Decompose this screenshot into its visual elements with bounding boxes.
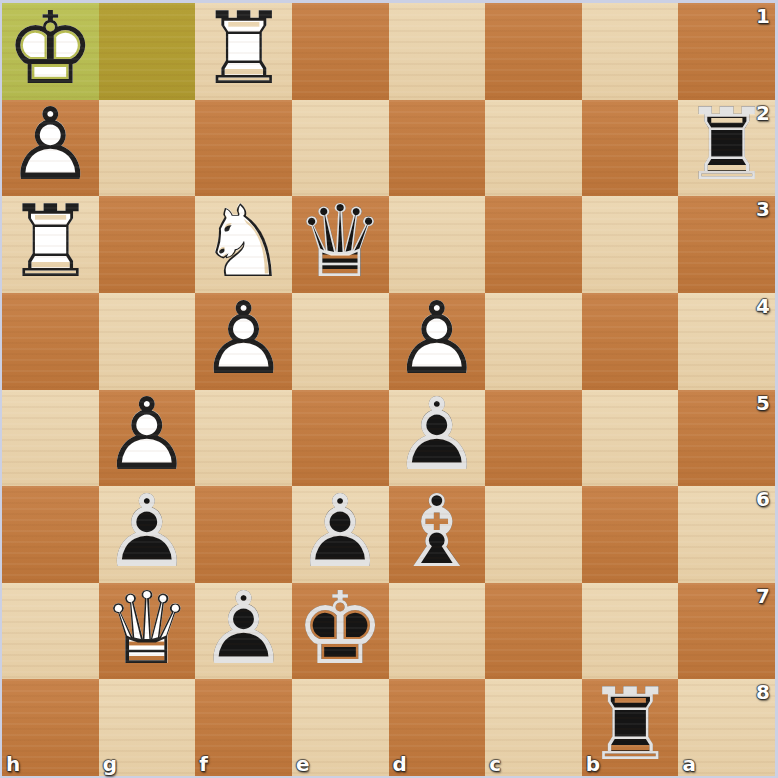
white-pawn-detail-icon: ♙ (195, 290, 292, 387)
file-label-e: e (296, 754, 310, 774)
square-c3[interactable] (485, 196, 582, 293)
white-pawn[interactable]: ♟♙ (2, 100, 99, 197)
black-pawn[interactable]: ♟♙ (389, 390, 486, 487)
white-knight-detail-icon: ♘ (195, 193, 292, 290)
black-bishop-glyph: ♝ (389, 483, 486, 580)
square-g5[interactable]: ♟♙ (99, 390, 196, 487)
square-e6[interactable]: ♟♙ (292, 486, 389, 583)
square-f5[interactable] (195, 390, 292, 487)
square-h5[interactable] (2, 390, 99, 487)
square-b5[interactable] (582, 390, 679, 487)
rank-label-7: 7 (756, 586, 770, 606)
black-pawn-glyph: ♟ (195, 580, 292, 677)
white-queen[interactable]: ♛♕ (99, 583, 196, 680)
square-d1[interactable] (389, 3, 486, 100)
square-d3[interactable] (389, 196, 486, 293)
white-knight[interactable]: ♞♘ (195, 196, 292, 293)
black-bishop-detail-icon: ♗ (389, 483, 486, 580)
square-a1[interactable]: 1 (678, 3, 775, 100)
square-c8[interactable]: c (485, 679, 582, 776)
white-queen-glyph: ♛ (99, 580, 196, 677)
square-g2[interactable] (99, 100, 196, 197)
square-f7[interactable]: ♟♙ (195, 583, 292, 680)
file-label-a: a (682, 754, 696, 774)
square-g6[interactable]: ♟♙ (99, 486, 196, 583)
white-pawn-glyph: ♟ (195, 290, 292, 387)
file-label-d: d (393, 754, 407, 774)
square-g3[interactable] (99, 196, 196, 293)
square-h2[interactable]: ♟♙ (2, 100, 99, 197)
square-b4[interactable] (582, 293, 679, 390)
square-b8[interactable]: ♜♖b (582, 679, 679, 776)
black-pawn-detail-icon: ♙ (195, 580, 292, 677)
white-rook-glyph: ♜ (195, 0, 292, 97)
white-pawn-detail-icon: ♙ (389, 290, 486, 387)
square-h8[interactable]: h (2, 679, 99, 776)
white-king[interactable]: ♚♔ (2, 3, 99, 100)
square-c4[interactable] (485, 293, 582, 390)
square-b2[interactable] (582, 100, 679, 197)
white-rook[interactable]: ♜♖ (2, 196, 99, 293)
square-c7[interactable] (485, 583, 582, 680)
black-pawn-detail-icon: ♙ (99, 483, 196, 580)
square-g8[interactable]: g (99, 679, 196, 776)
white-king-detail-icon: ♔ (2, 0, 99, 97)
square-a2[interactable]: ♜♖2 (678, 100, 775, 197)
square-g1[interactable] (99, 3, 196, 100)
square-a5[interactable]: 5 (678, 390, 775, 487)
file-label-g: g (103, 754, 117, 774)
square-c2[interactable] (485, 100, 582, 197)
square-e4[interactable] (292, 293, 389, 390)
rank-label-5: 5 (756, 393, 770, 413)
white-queen-detail-icon: ♕ (99, 580, 196, 677)
rank-label-8: 8 (756, 682, 770, 702)
square-h6[interactable] (2, 486, 99, 583)
square-b6[interactable] (582, 486, 679, 583)
white-pawn[interactable]: ♟♙ (195, 293, 292, 390)
square-f4[interactable]: ♟♙ (195, 293, 292, 390)
black-queen[interactable]: ♛♕ (292, 196, 389, 293)
square-b7[interactable] (582, 583, 679, 680)
square-a4[interactable]: 4 (678, 293, 775, 390)
square-e1[interactable] (292, 3, 389, 100)
square-d4[interactable]: ♟♙ (389, 293, 486, 390)
square-f1[interactable]: ♜♖ (195, 3, 292, 100)
square-b3[interactable] (582, 196, 679, 293)
black-rook[interactable]: ♜♖ (582, 679, 679, 776)
square-d2[interactable] (389, 100, 486, 197)
black-pawn[interactable]: ♟♙ (99, 486, 196, 583)
white-king-glyph: ♚ (2, 0, 99, 97)
black-rook[interactable]: ♜♖ (678, 100, 775, 197)
square-d7[interactable] (389, 583, 486, 680)
black-king-detail-icon: ♔ (292, 580, 389, 677)
black-rook-glyph: ♜ (582, 676, 679, 773)
square-c5[interactable] (485, 390, 582, 487)
black-pawn[interactable]: ♟♙ (292, 486, 389, 583)
rank-label-1: 1 (756, 6, 770, 26)
square-a3[interactable]: 3 (678, 196, 775, 293)
black-pawn-detail-icon: ♙ (389, 387, 486, 484)
black-pawn-glyph: ♟ (99, 483, 196, 580)
white-rook-glyph: ♜ (2, 193, 99, 290)
square-a7[interactable]: 7 (678, 583, 775, 680)
black-rook-detail-icon: ♖ (678, 97, 775, 194)
white-pawn-detail-icon: ♙ (2, 97, 99, 194)
square-h1[interactable]: ♚♔ (2, 3, 99, 100)
square-d6[interactable]: ♝♗ (389, 486, 486, 583)
rank-label-6: 6 (756, 489, 770, 509)
black-pawn-glyph: ♟ (292, 483, 389, 580)
square-e3[interactable]: ♛♕ (292, 196, 389, 293)
chess-app-page: ♚♔♜♖1♟♙♜♖2♜♖♞♘♛♕3♟♙♟♙4♟♙♟♙5♟♙♟♙♝♗6♛♕♟♙♚♔… (0, 0, 778, 778)
square-d5[interactable]: ♟♙ (389, 390, 486, 487)
square-f3[interactable]: ♞♘ (195, 196, 292, 293)
square-g4[interactable] (99, 293, 196, 390)
white-pawn-glyph: ♟ (389, 290, 486, 387)
white-knight-glyph: ♞ (195, 193, 292, 290)
black-queen-detail-icon: ♕ (292, 193, 389, 290)
white-rook-detail-icon: ♖ (2, 193, 99, 290)
square-e8[interactable]: e (292, 679, 389, 776)
square-h3[interactable]: ♜♖ (2, 196, 99, 293)
square-h4[interactable] (2, 293, 99, 390)
square-a8[interactable]: 8a (678, 679, 775, 776)
white-pawn-glyph: ♟ (2, 97, 99, 194)
white-pawn[interactable]: ♟♙ (99, 390, 196, 487)
square-f2[interactable] (195, 100, 292, 197)
file-label-c: c (489, 754, 501, 774)
square-c1[interactable] (485, 3, 582, 100)
square-c6[interactable] (485, 486, 582, 583)
black-rook-detail-icon: ♖ (582, 676, 679, 773)
white-rook-detail-icon: ♖ (195, 0, 292, 97)
square-g7[interactable]: ♛♕ (99, 583, 196, 680)
black-rook-glyph: ♜ (678, 97, 775, 194)
white-pawn-glyph: ♟ (99, 387, 196, 484)
rank-label-3: 3 (756, 199, 770, 219)
white-rook[interactable]: ♜♖ (195, 3, 292, 100)
black-bishop[interactable]: ♝♗ (389, 486, 486, 583)
square-d8[interactable]: d (389, 679, 486, 776)
black-pawn[interactable]: ♟♙ (195, 583, 292, 680)
white-pawn-detail-icon: ♙ (99, 387, 196, 484)
file-label-f: f (199, 754, 208, 774)
square-b1[interactable] (582, 3, 679, 100)
black-king[interactable]: ♚♔ (292, 583, 389, 680)
rank-label-4: 4 (756, 296, 770, 316)
black-pawn-glyph: ♟ (389, 387, 486, 484)
square-h7[interactable] (2, 583, 99, 680)
square-e7[interactable]: ♚♔ (292, 583, 389, 680)
square-f6[interactable] (195, 486, 292, 583)
square-e5[interactable] (292, 390, 389, 487)
chess-board: ♚♔♜♖1♟♙♜♖2♜♖♞♘♛♕3♟♙♟♙4♟♙♟♙5♟♙♟♙♝♗6♛♕♟♙♚♔… (2, 3, 775, 776)
black-pawn-detail-icon: ♙ (292, 483, 389, 580)
square-a6[interactable]: 6 (678, 486, 775, 583)
square-e2[interactable] (292, 100, 389, 197)
square-f8[interactable]: f (195, 679, 292, 776)
white-pawn[interactable]: ♟♙ (389, 293, 486, 390)
black-queen-glyph: ♛ (292, 193, 389, 290)
black-king-glyph: ♚ (292, 580, 389, 677)
file-label-h: h (6, 754, 20, 774)
